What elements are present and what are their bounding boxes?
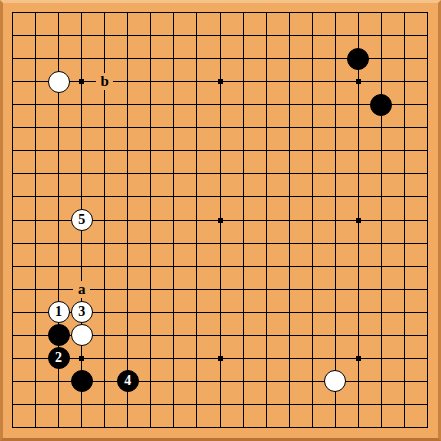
- stone-number: 4: [124, 371, 131, 391]
- stone-black: 4: [117, 370, 139, 392]
- stone-black: [370, 94, 392, 116]
- grid-line-h: [12, 404, 428, 405]
- star-point: [218, 218, 223, 223]
- stone-number: 5: [78, 210, 85, 230]
- go-board: ab51324: [0, 0, 441, 441]
- grid-line-v: [312, 12, 313, 428]
- stone-number: 1: [55, 302, 62, 322]
- star-point: [218, 79, 223, 84]
- stone-black: [347, 48, 369, 70]
- star-point: [356, 79, 361, 84]
- star-point: [356, 356, 361, 361]
- grid-line-v: [381, 12, 382, 428]
- star-point: [218, 356, 223, 361]
- point-label-b: b: [96, 73, 113, 90]
- grid-line-v: [289, 12, 290, 428]
- grid-line-v: [427, 12, 428, 428]
- star-point: [79, 79, 84, 84]
- grid-line-h: [12, 243, 428, 244]
- grid-line-h: [12, 427, 428, 428]
- stone-number: 3: [78, 302, 85, 322]
- grid-line-v: [335, 12, 336, 428]
- stone-white: [324, 370, 346, 392]
- stone-number: 2: [55, 348, 62, 368]
- point-label-a: a: [73, 281, 90, 298]
- grid-line-v: [404, 12, 405, 428]
- stone-black: 2: [48, 347, 70, 369]
- stone-black: [48, 324, 70, 346]
- stone-white: 3: [71, 301, 93, 323]
- stone-white: [48, 71, 70, 93]
- stone-white: 1: [48, 301, 70, 323]
- star-point: [356, 218, 361, 223]
- stone-white: 5: [71, 209, 93, 231]
- grid-line-v: [266, 12, 267, 428]
- stone-white: [71, 324, 93, 346]
- stone-black: [71, 370, 93, 392]
- grid-line-h: [12, 266, 428, 267]
- grid-line-v: [243, 12, 244, 428]
- star-point: [79, 356, 84, 361]
